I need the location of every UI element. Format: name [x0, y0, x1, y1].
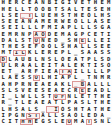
- grid-cell-r20c13[interactable]: A: [79, 119, 86, 125]
- grid-cell-r20c1[interactable]: C: [0, 119, 7, 125]
- grid-cell-r20c11[interactable]: O: [66, 119, 73, 125]
- grid-cell-r20c17[interactable]: L: [105, 119, 112, 125]
- grid-cell-r20c10[interactable]: E: [59, 119, 66, 125]
- grid-cell-r20c15[interactable]: S: [92, 119, 99, 125]
- grid-cell-r20c5[interactable]: H: [26, 119, 33, 125]
- grid-cell-r20c2[interactable]: I: [7, 119, 14, 125]
- grid-cell-r20c9[interactable]: L: [53, 119, 60, 125]
- grid-cell-r20c7[interactable]: G: [40, 119, 47, 125]
- word-search-grid: HERCEANBIGIVETHEMHELLTOOBTSALTESEHLSE_TL…: [0, 0, 112, 125]
- grid-cell-r20c3[interactable]: T: [13, 119, 20, 125]
- grid-cell-r20c4[interactable]: H: [20, 119, 27, 125]
- grid-cell-r20c8[interactable]: S: [46, 119, 53, 125]
- grid-cell-r20c16[interactable]: N: [99, 119, 106, 125]
- grid-cell-r20c6[interactable]: E: [33, 119, 40, 125]
- grid-cell-r20c12[interactable]: M: [72, 119, 79, 125]
- grid-cell-r20c14[interactable]: T: [86, 119, 93, 125]
